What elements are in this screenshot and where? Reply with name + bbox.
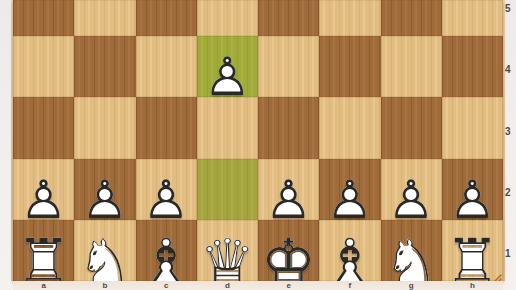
white-pawn-b2[interactable]: ♟ [74,173,135,226]
square-c5[interactable] [136,0,197,36]
rank-labels: 54321 [505,0,516,281]
square-e2[interactable]: ♟♙ [258,159,319,220]
white-pawn-h2[interactable]: ♟ [442,173,503,226]
square-f3[interactable] [319,97,380,158]
square-d2[interactable] [197,159,258,220]
square-f5[interactable] [319,0,380,36]
white-pawn-outline: ♙ [74,173,135,226]
chess-app-screen: ♟♙♟♙♟♙♟♙♟♙♟♙♟♙♟♙♜♖♞♘♝♗♛♕♚♔♝♗♞♘♜♖ 54321 a… [0,0,516,290]
rank-label-3: 3 [505,127,511,137]
square-h2[interactable]: ♟♙ [442,159,503,220]
square-a3[interactable] [13,97,74,158]
rank-label-2: 2 [505,188,511,198]
square-b3[interactable] [74,97,135,158]
white-pawn-d4[interactable]: ♟ [197,50,258,103]
square-c2[interactable]: ♟♙ [136,159,197,220]
white-pawn-outline: ♙ [136,173,197,226]
square-a2[interactable]: ♟♙ [13,159,74,220]
white-pawn-f2[interactable]: ♟ [319,173,380,226]
file-label-h: h [442,281,503,290]
square-g3[interactable] [381,97,442,158]
rank-label-1: 1 [505,249,511,259]
square-e4[interactable] [258,36,319,97]
file-label-b: b [74,281,135,290]
square-h3[interactable] [442,97,503,158]
white-pawn-outline: ♙ [13,173,74,226]
white-pawn-a2[interactable]: ♟ [13,173,74,226]
white-pawn-outline: ♙ [258,173,319,226]
square-c3[interactable] [136,97,197,158]
rank-label-5: 5 [505,4,511,14]
square-e1[interactable]: ♚♔ [258,220,319,281]
square-c1[interactable]: ♝♗ [136,220,197,281]
square-d5[interactable] [197,0,258,36]
square-e5[interactable] [258,0,319,36]
square-b5[interactable] [74,0,135,36]
file-label-d: d [197,281,258,290]
square-b2[interactable]: ♟♙ [74,159,135,220]
file-label-a: a [13,281,74,290]
square-f2[interactable]: ♟♙ [319,159,380,220]
square-g2[interactable]: ♟♙ [381,159,442,220]
file-label-e: e [258,281,319,290]
white-pawn-outline: ♙ [442,173,503,226]
square-b1[interactable]: ♞♘ [74,220,135,281]
board-resize-handle[interactable] [491,269,502,280]
white-pawn-e2[interactable]: ♟ [258,173,319,226]
square-h4[interactable] [442,36,503,97]
square-e3[interactable] [258,97,319,158]
file-label-g: g [381,281,442,290]
square-g5[interactable] [381,0,442,36]
white-pawn-outline: ♙ [381,173,442,226]
square-h1[interactable]: ♜♖ [442,220,503,281]
square-c4[interactable] [136,36,197,97]
square-g1[interactable]: ♞♘ [381,220,442,281]
square-f4[interactable] [319,36,380,97]
square-h5[interactable] [442,0,503,36]
chess-board: ♟♙♟♙♟♙♟♙♟♙♟♙♟♙♟♙♜♖♞♘♝♗♛♕♚♔♝♗♞♘♜♖ [13,0,503,281]
square-f1[interactable]: ♝♗ [319,220,380,281]
white-pawn-outline: ♙ [319,173,380,226]
white-pawn-g2[interactable]: ♟ [381,173,442,226]
square-a5[interactable] [13,0,74,36]
square-d4[interactable]: ♟♙ [197,36,258,97]
square-a1[interactable]: ♜♖ [13,220,74,281]
square-b4[interactable] [74,36,135,97]
file-labels: abcdefgh [13,281,503,290]
white-pawn-outline: ♙ [197,50,258,103]
square-d3[interactable] [197,97,258,158]
white-pawn-c2[interactable]: ♟ [136,173,197,226]
rank-label-4: 4 [505,65,511,75]
file-label-f: f [319,281,380,290]
square-d1[interactable]: ♛♕ [197,220,258,281]
square-g4[interactable] [381,36,442,97]
square-a4[interactable] [13,36,74,97]
file-label-c: c [136,281,197,290]
